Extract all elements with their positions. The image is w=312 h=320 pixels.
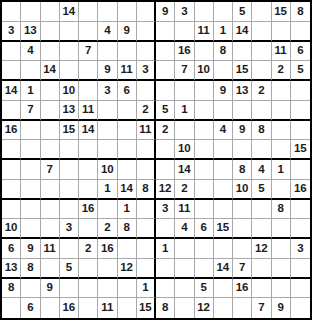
cell-r2c14[interactable] bbox=[252, 22, 271, 42]
cell-r12c5[interactable] bbox=[79, 219, 98, 239]
cell-r1c3[interactable] bbox=[41, 2, 60, 22]
cell-r8c3[interactable] bbox=[41, 140, 60, 160]
cell-r3c2[interactable]: 4 bbox=[21, 42, 40, 62]
cell-r6c3[interactable] bbox=[41, 101, 60, 121]
cell-r1c12[interactable] bbox=[214, 2, 233, 22]
cell-r7c3[interactable] bbox=[41, 121, 60, 141]
cell-r6c6[interactable] bbox=[98, 101, 117, 121]
cell-r15c1[interactable]: 8 bbox=[2, 279, 21, 299]
cell-r9c7[interactable] bbox=[118, 160, 137, 180]
cell-r12c9[interactable] bbox=[156, 219, 175, 239]
cell-r13c14[interactable]: 12 bbox=[252, 239, 271, 259]
cell-r2c3[interactable] bbox=[41, 22, 60, 42]
cell-r1c1[interactable] bbox=[2, 2, 21, 22]
cell-r11c7[interactable]: 1 bbox=[118, 200, 137, 220]
cell-r7c5[interactable]: 14 bbox=[79, 121, 98, 141]
sudoku-board: 1493515831349111144716811614911371015251… bbox=[0, 0, 312, 320]
cell-r14c1[interactable]: 13 bbox=[2, 259, 21, 279]
cell-r8c1[interactable] bbox=[2, 140, 21, 160]
cell-r9c3[interactable]: 7 bbox=[41, 160, 60, 180]
cell-r5c10[interactable] bbox=[175, 81, 194, 101]
cell-r3c7[interactable] bbox=[118, 42, 137, 62]
cell-r5c2[interactable]: 1 bbox=[21, 81, 40, 101]
cell-r14c9[interactable] bbox=[156, 259, 175, 279]
cell-r12c12[interactable]: 15 bbox=[214, 219, 233, 239]
cell-r1c5[interactable] bbox=[79, 2, 98, 22]
cell-r4c14[interactable] bbox=[252, 61, 271, 81]
cell-r15c16[interactable] bbox=[291, 279, 310, 299]
cell-r16c11[interactable]: 12 bbox=[195, 298, 214, 318]
cell-r15c13[interactable]: 16 bbox=[233, 279, 252, 299]
cell-r10c10[interactable]: 2 bbox=[175, 180, 194, 200]
cell-r9c13[interactable]: 8 bbox=[233, 160, 252, 180]
cell-r16c1[interactable] bbox=[2, 298, 21, 318]
cell-r2c5[interactable] bbox=[79, 22, 98, 42]
cell-r15c14[interactable] bbox=[252, 279, 271, 299]
cell-r6c2[interactable]: 7 bbox=[21, 101, 40, 121]
cell-r6c12[interactable] bbox=[214, 101, 233, 121]
cell-r16c13[interactable] bbox=[233, 298, 252, 318]
cell-r12c14[interactable] bbox=[252, 219, 271, 239]
cell-r5c14[interactable]: 2 bbox=[252, 81, 271, 101]
cell-r10c7[interactable]: 14 bbox=[118, 180, 137, 200]
cell-r15c15[interactable] bbox=[272, 279, 291, 299]
cell-r11c2[interactable] bbox=[21, 200, 40, 220]
cell-r16c2[interactable]: 6 bbox=[21, 298, 40, 318]
cell-r4c5[interactable] bbox=[79, 61, 98, 81]
cell-r1c6[interactable] bbox=[98, 2, 117, 22]
cell-r15c9[interactable] bbox=[156, 279, 175, 299]
cell-r1c7[interactable] bbox=[118, 2, 137, 22]
cell-r16c15[interactable]: 9 bbox=[272, 298, 291, 318]
cell-r14c5[interactable] bbox=[79, 259, 98, 279]
cell-r2c16[interactable] bbox=[291, 22, 310, 42]
cell-r3c15[interactable]: 11 bbox=[272, 42, 291, 62]
cell-r12c6[interactable]: 2 bbox=[98, 219, 117, 239]
cell-r8c11[interactable] bbox=[195, 140, 214, 160]
cell-r8c6[interactable] bbox=[98, 140, 117, 160]
cell-r10c5[interactable] bbox=[79, 180, 98, 200]
cell-r5c12[interactable]: 9 bbox=[214, 81, 233, 101]
cell-r9c4[interactable] bbox=[60, 160, 79, 180]
cell-r2c10[interactable] bbox=[175, 22, 194, 42]
cell-r1c9[interactable]: 9 bbox=[156, 2, 175, 22]
cell-r1c14[interactable] bbox=[252, 2, 271, 22]
cell-r10c6[interactable]: 1 bbox=[98, 180, 117, 200]
cell-r4c13[interactable]: 15 bbox=[233, 61, 252, 81]
cell-r10c1[interactable] bbox=[2, 180, 21, 200]
cell-r5c4[interactable]: 10 bbox=[60, 81, 79, 101]
cell-r8c9[interactable] bbox=[156, 140, 175, 160]
cell-r13c9[interactable]: 1 bbox=[156, 239, 175, 259]
cell-r11c14[interactable] bbox=[252, 200, 271, 220]
cell-r3c5[interactable]: 7 bbox=[79, 42, 98, 62]
cell-r16c3[interactable] bbox=[41, 298, 60, 318]
cell-r5c5[interactable] bbox=[79, 81, 98, 101]
cell-r14c4[interactable]: 5 bbox=[60, 259, 79, 279]
cell-r1c11[interactable] bbox=[195, 2, 214, 22]
cell-r4c12[interactable] bbox=[214, 61, 233, 81]
cell-r16c6[interactable]: 11 bbox=[98, 298, 117, 318]
cell-r8c13[interactable] bbox=[233, 140, 252, 160]
cell-r13c15[interactable] bbox=[272, 239, 291, 259]
cell-r14c2[interactable]: 8 bbox=[21, 259, 40, 279]
cell-r14c8[interactable] bbox=[137, 259, 156, 279]
cell-r3c4[interactable] bbox=[60, 42, 79, 62]
cell-r10c3[interactable] bbox=[41, 180, 60, 200]
cell-r9c5[interactable] bbox=[79, 160, 98, 180]
cell-r14c10[interactable] bbox=[175, 259, 194, 279]
cell-r12c1[interactable]: 10 bbox=[2, 219, 21, 239]
cell-r14c6[interactable] bbox=[98, 259, 117, 279]
cell-r8c12[interactable] bbox=[214, 140, 233, 160]
cell-r9c2[interactable] bbox=[21, 160, 40, 180]
cell-r2c7[interactable]: 9 bbox=[118, 22, 137, 42]
cell-r8c2[interactable] bbox=[21, 140, 40, 160]
cell-r4c1[interactable] bbox=[2, 61, 21, 81]
cell-r9c10[interactable]: 14 bbox=[175, 160, 194, 180]
cell-r16c10[interactable] bbox=[175, 298, 194, 318]
cell-r4c8[interactable]: 3 bbox=[137, 61, 156, 81]
cell-r13c2[interactable]: 9 bbox=[21, 239, 40, 259]
cell-r5c6[interactable]: 3 bbox=[98, 81, 117, 101]
cell-r15c11[interactable]: 5 bbox=[195, 279, 214, 299]
cell-r1c10[interactable]: 3 bbox=[175, 2, 194, 22]
cell-r6c15[interactable] bbox=[272, 101, 291, 121]
cell-r6c4[interactable]: 13 bbox=[60, 101, 79, 121]
cell-r16c14[interactable]: 7 bbox=[252, 298, 271, 318]
cell-r9c14[interactable]: 4 bbox=[252, 160, 271, 180]
cell-r16c12[interactable] bbox=[214, 298, 233, 318]
cell-r13c16[interactable]: 3 bbox=[291, 239, 310, 259]
cell-r10c12[interactable] bbox=[214, 180, 233, 200]
cell-r13c1[interactable]: 6 bbox=[2, 239, 21, 259]
cell-r13c8[interactable] bbox=[137, 239, 156, 259]
cell-r9c11[interactable] bbox=[195, 160, 214, 180]
cell-r9c16[interactable] bbox=[291, 160, 310, 180]
cell-r7c10[interactable] bbox=[175, 121, 194, 141]
cell-r7c13[interactable]: 9 bbox=[233, 121, 252, 141]
cell-r15c2[interactable] bbox=[21, 279, 40, 299]
cell-r12c8[interactable] bbox=[137, 219, 156, 239]
cell-r5c16[interactable] bbox=[291, 81, 310, 101]
cell-r2c6[interactable]: 4 bbox=[98, 22, 117, 42]
cell-r5c1[interactable]: 14 bbox=[2, 81, 21, 101]
cell-r5c11[interactable] bbox=[195, 81, 214, 101]
cell-r4c3[interactable]: 14 bbox=[41, 61, 60, 81]
cell-r11c3[interactable] bbox=[41, 200, 60, 220]
cell-r2c13[interactable]: 14 bbox=[233, 22, 252, 42]
cell-r6c7[interactable] bbox=[118, 101, 137, 121]
cell-r12c3[interactable] bbox=[41, 219, 60, 239]
cell-r2c2[interactable]: 13 bbox=[21, 22, 40, 42]
cell-r10c15[interactable] bbox=[272, 180, 291, 200]
cell-r15c7[interactable] bbox=[118, 279, 137, 299]
cell-r14c3[interactable] bbox=[41, 259, 60, 279]
cell-r8c4[interactable] bbox=[60, 140, 79, 160]
cell-r8c7[interactable] bbox=[118, 140, 137, 160]
cell-r13c7[interactable] bbox=[118, 239, 137, 259]
cell-r15c12[interactable] bbox=[214, 279, 233, 299]
cell-r16c5[interactable] bbox=[79, 298, 98, 318]
cell-r9c1[interactable] bbox=[2, 160, 21, 180]
cell-r6c11[interactable] bbox=[195, 101, 214, 121]
cell-r7c14[interactable]: 8 bbox=[252, 121, 271, 141]
cell-r1c13[interactable]: 5 bbox=[233, 2, 252, 22]
cell-r6c9[interactable]: 5 bbox=[156, 101, 175, 121]
cell-r9c12[interactable] bbox=[214, 160, 233, 180]
cell-r3c6[interactable] bbox=[98, 42, 117, 62]
cell-r5c3[interactable] bbox=[41, 81, 60, 101]
cell-r6c8[interactable]: 2 bbox=[137, 101, 156, 121]
cell-r13c10[interactable] bbox=[175, 239, 194, 259]
cell-r1c8[interactable] bbox=[137, 2, 156, 22]
cell-r13c12[interactable] bbox=[214, 239, 233, 259]
cell-r4c16[interactable]: 5 bbox=[291, 61, 310, 81]
cell-r4c7[interactable]: 11 bbox=[118, 61, 137, 81]
cell-r7c2[interactable] bbox=[21, 121, 40, 141]
cell-r11c6[interactable] bbox=[98, 200, 117, 220]
cell-r14c13[interactable]: 7 bbox=[233, 259, 252, 279]
cell-r3c10[interactable]: 16 bbox=[175, 42, 194, 62]
cell-r7c16[interactable] bbox=[291, 121, 310, 141]
cell-r12c13[interactable] bbox=[233, 219, 252, 239]
cell-r6c14[interactable] bbox=[252, 101, 271, 121]
cell-r4c15[interactable]: 2 bbox=[272, 61, 291, 81]
cell-r14c16[interactable] bbox=[291, 259, 310, 279]
cell-r16c7[interactable] bbox=[118, 298, 137, 318]
cell-r5c13[interactable]: 13 bbox=[233, 81, 252, 101]
cell-r7c15[interactable] bbox=[272, 121, 291, 141]
cell-r8c5[interactable] bbox=[79, 140, 98, 160]
cell-r9c6[interactable]: 10 bbox=[98, 160, 117, 180]
cell-r12c15[interactable] bbox=[272, 219, 291, 239]
cell-r8c16[interactable]: 15 bbox=[291, 140, 310, 160]
cell-r11c12[interactable] bbox=[214, 200, 233, 220]
cell-r4c9[interactable] bbox=[156, 61, 175, 81]
cell-r16c16[interactable] bbox=[291, 298, 310, 318]
cell-r3c9[interactable] bbox=[156, 42, 175, 62]
cell-r7c11[interactable] bbox=[195, 121, 214, 141]
cell-r16c9[interactable]: 8 bbox=[156, 298, 175, 318]
cell-r13c11[interactable] bbox=[195, 239, 214, 259]
cell-r15c6[interactable] bbox=[98, 279, 117, 299]
cell-r4c2[interactable] bbox=[21, 61, 40, 81]
cell-r5c15[interactable] bbox=[272, 81, 291, 101]
cell-r13c6[interactable]: 16 bbox=[98, 239, 117, 259]
cell-r1c2[interactable] bbox=[21, 2, 40, 22]
cell-r5c8[interactable] bbox=[137, 81, 156, 101]
cell-r12c2[interactable] bbox=[21, 219, 40, 239]
cell-r4c4[interactable] bbox=[60, 61, 79, 81]
cell-r10c9[interactable]: 12 bbox=[156, 180, 175, 200]
cell-r2c12[interactable]: 1 bbox=[214, 22, 233, 42]
cell-r4c10[interactable]: 7 bbox=[175, 61, 194, 81]
cell-r15c10[interactable] bbox=[175, 279, 194, 299]
cell-r11c4[interactable] bbox=[60, 200, 79, 220]
cell-r12c7[interactable]: 8 bbox=[118, 219, 137, 239]
cell-r11c8[interactable] bbox=[137, 200, 156, 220]
cell-r6c16[interactable] bbox=[291, 101, 310, 121]
cell-r11c16[interactable] bbox=[291, 200, 310, 220]
cell-r14c14[interactable] bbox=[252, 259, 271, 279]
cell-r13c13[interactable] bbox=[233, 239, 252, 259]
cell-r12c16[interactable] bbox=[291, 219, 310, 239]
cell-r5c7[interactable]: 6 bbox=[118, 81, 137, 101]
cell-r14c11[interactable] bbox=[195, 259, 214, 279]
cell-r15c4[interactable] bbox=[60, 279, 79, 299]
cell-r15c3[interactable]: 9 bbox=[41, 279, 60, 299]
cell-r1c16[interactable]: 8 bbox=[291, 2, 310, 22]
cell-r12c4[interactable]: 3 bbox=[60, 219, 79, 239]
cell-r12c10[interactable]: 4 bbox=[175, 219, 194, 239]
cell-r1c4[interactable]: 14 bbox=[60, 2, 79, 22]
cell-r8c14[interactable] bbox=[252, 140, 271, 160]
cell-r16c4[interactable]: 16 bbox=[60, 298, 79, 318]
cell-r11c5[interactable]: 16 bbox=[79, 200, 98, 220]
cell-r11c1[interactable] bbox=[2, 200, 21, 220]
cell-r2c1[interactable]: 3 bbox=[2, 22, 21, 42]
cell-r6c1[interactable] bbox=[2, 101, 21, 121]
cell-r15c8[interactable]: 1 bbox=[137, 279, 156, 299]
cell-r3c16[interactable]: 6 bbox=[291, 42, 310, 62]
cell-r7c4[interactable]: 15 bbox=[60, 121, 79, 141]
cell-r10c8[interactable]: 8 bbox=[137, 180, 156, 200]
cell-r7c9[interactable]: 2 bbox=[156, 121, 175, 141]
cell-r10c14[interactable]: 5 bbox=[252, 180, 271, 200]
cell-r6c5[interactable]: 11 bbox=[79, 101, 98, 121]
cell-r11c15[interactable]: 8 bbox=[272, 200, 291, 220]
cell-r14c12[interactable]: 14 bbox=[214, 259, 233, 279]
cell-r9c15[interactable]: 1 bbox=[272, 160, 291, 180]
cell-r7c8[interactable]: 11 bbox=[137, 121, 156, 141]
cell-r2c15[interactable] bbox=[272, 22, 291, 42]
cell-r7c12[interactable]: 4 bbox=[214, 121, 233, 141]
cell-r2c8[interactable] bbox=[137, 22, 156, 42]
cell-r1c15[interactable]: 15 bbox=[272, 2, 291, 22]
cell-r11c9[interactable]: 3 bbox=[156, 200, 175, 220]
cell-r10c13[interactable]: 10 bbox=[233, 180, 252, 200]
cell-r12c11[interactable]: 6 bbox=[195, 219, 214, 239]
cell-r16c8[interactable]: 15 bbox=[137, 298, 156, 318]
cell-r10c11[interactable] bbox=[195, 180, 214, 200]
cell-r7c1[interactable]: 16 bbox=[2, 121, 21, 141]
cell-r8c8[interactable] bbox=[137, 140, 156, 160]
cell-r6c10[interactable]: 1 bbox=[175, 101, 194, 121]
cell-r8c10[interactable]: 10 bbox=[175, 140, 194, 160]
cell-r13c5[interactable]: 2 bbox=[79, 239, 98, 259]
cell-r3c12[interactable]: 8 bbox=[214, 42, 233, 62]
cell-r14c15[interactable] bbox=[272, 259, 291, 279]
cell-r2c9[interactable] bbox=[156, 22, 175, 42]
cell-r8c15[interactable] bbox=[272, 140, 291, 160]
cell-r10c16[interactable]: 16 bbox=[291, 180, 310, 200]
cell-r15c5[interactable] bbox=[79, 279, 98, 299]
cell-r7c6[interactable] bbox=[98, 121, 117, 141]
cell-r7c7[interactable] bbox=[118, 121, 137, 141]
cell-r3c13[interactable] bbox=[233, 42, 252, 62]
cell-r10c4[interactable] bbox=[60, 180, 79, 200]
cell-r3c8[interactable] bbox=[137, 42, 156, 62]
cell-r13c3[interactable]: 11 bbox=[41, 239, 60, 259]
cell-r9c8[interactable] bbox=[137, 160, 156, 180]
cell-r13c4[interactable] bbox=[60, 239, 79, 259]
cell-r3c1[interactable] bbox=[2, 42, 21, 62]
cell-r9c9[interactable] bbox=[156, 160, 175, 180]
cell-r11c11[interactable] bbox=[195, 200, 214, 220]
cell-r14c7[interactable]: 12 bbox=[118, 259, 137, 279]
cell-r3c11[interactable] bbox=[195, 42, 214, 62]
cell-r5c9[interactable] bbox=[156, 81, 175, 101]
cell-r2c4[interactable] bbox=[60, 22, 79, 42]
cell-r11c10[interactable]: 11 bbox=[175, 200, 194, 220]
cell-r10c2[interactable] bbox=[21, 180, 40, 200]
cell-r4c11[interactable]: 10 bbox=[195, 61, 214, 81]
cell-r3c3[interactable] bbox=[41, 42, 60, 62]
cell-r11c13[interactable] bbox=[233, 200, 252, 220]
cell-r3c14[interactable] bbox=[252, 42, 271, 62]
cell-r6c13[interactable] bbox=[233, 101, 252, 121]
cell-r4c6[interactable]: 9 bbox=[98, 61, 117, 81]
cell-r2c11[interactable]: 11 bbox=[195, 22, 214, 42]
